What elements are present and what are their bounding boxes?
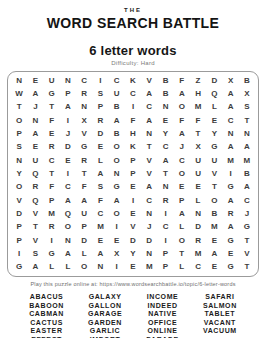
grid-cell[interactable]: N bbox=[11, 154, 27, 167]
grid-cell[interactable]: T bbox=[239, 114, 255, 127]
grid-cell[interactable]: E bbox=[125, 261, 141, 274]
grid-cell[interactable]: D bbox=[92, 127, 108, 140]
grid-cell[interactable]: A bbox=[174, 127, 190, 140]
grid-cell[interactable]: R bbox=[222, 207, 238, 220]
grid-cell[interactable]: A bbox=[141, 181, 157, 194]
grid-cell[interactable]: T bbox=[44, 101, 60, 114]
grid-cell[interactable]: E bbox=[174, 181, 190, 194]
grid-cell[interactable]: V bbox=[76, 127, 92, 140]
grid-cell[interactable]: G bbox=[44, 247, 60, 260]
grid-cell[interactable]: N bbox=[141, 127, 157, 140]
grid-cell[interactable]: F bbox=[190, 114, 206, 127]
grid-cell[interactable]: R bbox=[44, 141, 60, 154]
grid-cell[interactable]: A bbox=[206, 247, 222, 260]
grid-cell[interactable]: N bbox=[11, 74, 27, 87]
grid-cell[interactable]: V bbox=[141, 74, 157, 87]
grid-cell[interactable]: N bbox=[239, 127, 255, 140]
grid-cell[interactable]: K bbox=[125, 74, 141, 87]
grid-cell[interactable]: E bbox=[92, 141, 108, 154]
grid-cell[interactable]: O bbox=[174, 101, 190, 114]
word-search-grid: NEUNCICKVBFZDXBWAGPRSUCABAHQAXTJTANPBICN… bbox=[7, 71, 259, 277]
grid-cell[interactable]: B bbox=[109, 127, 125, 140]
grid-cell[interactable]: E bbox=[44, 127, 60, 140]
puzzle-title: 6 letter words bbox=[0, 43, 266, 58]
grid-cell[interactable]: I bbox=[222, 167, 238, 180]
grid-cell[interactable]: N bbox=[76, 101, 92, 114]
grid-cell[interactable]: N bbox=[60, 74, 76, 87]
grid-cell[interactable]: E bbox=[125, 181, 141, 194]
grid-cell[interactable]: N bbox=[157, 101, 173, 114]
grid-cell[interactable]: E bbox=[157, 114, 173, 127]
grid-cell[interactable]: R bbox=[76, 154, 92, 167]
grid-cell[interactable]: C bbox=[44, 154, 60, 167]
grid-cell[interactable]: J bbox=[174, 141, 190, 154]
brand-title: WORD SEARCH BATTLE bbox=[0, 15, 266, 31]
grid-cell[interactable]: C bbox=[92, 207, 108, 220]
grid-cell[interactable]: D bbox=[60, 141, 76, 154]
grid-cell[interactable]: L bbox=[76, 247, 92, 260]
grid-cell[interactable]: I bbox=[44, 234, 60, 247]
word-list-item: GARAGE bbox=[88, 310, 122, 319]
grid-cell[interactable]: A bbox=[141, 87, 157, 100]
grid-cell[interactable]: V bbox=[239, 247, 255, 260]
grid-cell[interactable]: G bbox=[222, 261, 238, 274]
grid-cell[interactable]: T bbox=[174, 247, 190, 260]
grid-cell[interactable]: O bbox=[174, 167, 190, 180]
grid-cell[interactable]: S bbox=[11, 141, 27, 154]
grid-cell[interactable]: O bbox=[76, 261, 92, 274]
grid-cell[interactable]: P bbox=[157, 261, 173, 274]
grid-cell[interactable]: F bbox=[174, 114, 190, 127]
grid-cell[interactable]: G bbox=[206, 141, 222, 154]
grid-cell[interactable]: M bbox=[44, 207, 60, 220]
word-list-item: GALLON bbox=[88, 302, 121, 311]
grid-cell[interactable]: A bbox=[157, 154, 173, 167]
word-list-item: VACUUM bbox=[203, 327, 237, 336]
grid-cell[interactable]: P bbox=[157, 247, 173, 260]
word-list-item: GARDEN bbox=[88, 319, 122, 328]
grid-cell[interactable]: V bbox=[27, 207, 43, 220]
grid-cell[interactable]: M bbox=[206, 221, 222, 234]
word-list-item: TABLET bbox=[205, 310, 236, 319]
grid-cell[interactable]: G bbox=[109, 181, 125, 194]
grid-cell[interactable]: A bbox=[109, 114, 125, 127]
grid-cell[interactable]: A bbox=[92, 247, 108, 260]
grid-cell[interactable]: A bbox=[141, 114, 157, 127]
grid-cell[interactable]: T bbox=[11, 101, 27, 114]
grid-cell[interactable]: S bbox=[92, 181, 108, 194]
grid-cell[interactable]: S bbox=[239, 101, 255, 114]
grid-cell[interactable]: T bbox=[190, 127, 206, 140]
grid-cell[interactable]: O bbox=[109, 154, 125, 167]
grid-cell[interactable]: J bbox=[60, 127, 76, 140]
grid-cell[interactable]: O bbox=[60, 221, 76, 234]
grid-cell[interactable]: R bbox=[157, 194, 173, 207]
word-list-column: INCOMEINDEEDNATIVEOFFICEONLINEPARADE bbox=[146, 293, 179, 338]
grid-cell[interactable]: A bbox=[76, 194, 92, 207]
grid-cell[interactable]: A bbox=[174, 87, 190, 100]
grid-cell[interactable]: P bbox=[92, 101, 108, 114]
grid-cell[interactable]: R bbox=[27, 181, 43, 194]
grid-cell[interactable]: U bbox=[206, 154, 222, 167]
grid-cell[interactable]: N bbox=[109, 167, 125, 180]
word-list-item: SAFARI bbox=[205, 293, 234, 302]
grid-cell[interactable]: I bbox=[60, 167, 76, 180]
grid-cell[interactable]: A bbox=[239, 181, 255, 194]
grid-cell[interactable]: Y bbox=[11, 167, 27, 180]
grid-cell[interactable]: U bbox=[190, 167, 206, 180]
grid-cell[interactable]: Q bbox=[206, 87, 222, 100]
grid-cell[interactable]: M bbox=[190, 247, 206, 260]
grid-cell[interactable]: I bbox=[109, 221, 125, 234]
grid-cell[interactable]: L bbox=[92, 154, 108, 167]
grid-cell[interactable]: L bbox=[190, 194, 206, 207]
grid-cell[interactable]: Q bbox=[27, 167, 43, 180]
grid-cell[interactable]: C bbox=[125, 87, 141, 100]
grid-cell[interactable]: T bbox=[141, 141, 157, 154]
grid-cell[interactable]: C bbox=[109, 74, 125, 87]
grid-cell[interactable]: U bbox=[109, 87, 125, 100]
grid-cell[interactable]: O bbox=[109, 207, 125, 220]
grid-cell[interactable]: X bbox=[222, 74, 238, 87]
grid-cell[interactable]: G bbox=[222, 234, 238, 247]
grid-cell[interactable]: D bbox=[125, 234, 141, 247]
grid-cell[interactable]: R bbox=[92, 114, 108, 127]
grid-cell[interactable]: A bbox=[60, 101, 76, 114]
grid-cell[interactable]: P bbox=[174, 194, 190, 207]
grid-cell[interactable]: C bbox=[141, 101, 157, 114]
grid-cell[interactable]: E bbox=[206, 114, 222, 127]
grid-cell[interactable]: V bbox=[27, 234, 43, 247]
grid-cell[interactable]: I bbox=[125, 101, 141, 114]
grid-cell[interactable]: O bbox=[174, 234, 190, 247]
grid-cell[interactable]: A bbox=[92, 167, 108, 180]
grid-cell[interactable]: I bbox=[125, 194, 141, 207]
grid-cell[interactable]: J bbox=[27, 101, 43, 114]
grid-cell[interactable]: F bbox=[44, 114, 60, 127]
grid-cell[interactable]: S bbox=[92, 87, 108, 100]
grid-cell[interactable]: K bbox=[125, 141, 141, 154]
grid-cell[interactable]: X bbox=[190, 141, 206, 154]
play-online-line: Play this puzzle online at: https://www.… bbox=[0, 281, 266, 287]
grid-cell[interactable]: B bbox=[239, 167, 255, 180]
word-list-item: NATIVE bbox=[148, 310, 177, 319]
grid-cell[interactable]: A bbox=[222, 87, 238, 100]
grid-cell[interactable]: A bbox=[222, 194, 238, 207]
grid-cell[interactable]: G bbox=[239, 221, 255, 234]
grid-cell[interactable]: D bbox=[76, 234, 92, 247]
grid-cell[interactable]: F bbox=[125, 114, 141, 127]
grid-cell[interactable]: B bbox=[109, 101, 125, 114]
grid-cell[interactable]: G bbox=[222, 181, 238, 194]
grid-cell[interactable]: C bbox=[190, 261, 206, 274]
grid-cell[interactable]: P bbox=[60, 87, 76, 100]
grid-cell[interactable]: T bbox=[44, 167, 60, 180]
grid-cell[interactable]: N bbox=[60, 234, 76, 247]
grid-cell[interactable]: E bbox=[206, 234, 222, 247]
grid-cell[interactable]: T bbox=[206, 181, 222, 194]
grid-cell[interactable]: P bbox=[125, 154, 141, 167]
word-list-item: VACANT bbox=[204, 319, 236, 328]
grid-cell[interactable]: J bbox=[141, 221, 157, 234]
header: THE WORD SEARCH BATTLE bbox=[0, 0, 266, 31]
grid-cell[interactable]: Q bbox=[27, 194, 43, 207]
grid-cell[interactable]: P bbox=[125, 167, 141, 180]
grid-cell[interactable]: E bbox=[125, 207, 141, 220]
word-list-item: INDEED bbox=[148, 302, 178, 311]
grid-cell[interactable]: A bbox=[222, 101, 238, 114]
grid-cell[interactable]: T bbox=[239, 234, 255, 247]
grid-cell[interactable]: Y bbox=[206, 127, 222, 140]
grid-cell[interactable]: A bbox=[222, 141, 238, 154]
grid-cell[interactable]: C bbox=[239, 194, 255, 207]
grid-cell[interactable]: D bbox=[190, 221, 206, 234]
grid-cell[interactable]: T bbox=[76, 167, 92, 180]
grid-cell[interactable]: E bbox=[92, 234, 108, 247]
grid-cell[interactable]: P bbox=[44, 194, 60, 207]
grid-cell[interactable]: X bbox=[109, 247, 125, 260]
grid-cell[interactable]: R bbox=[44, 221, 60, 234]
grid-cell[interactable]: I bbox=[157, 234, 173, 247]
word-list-item: BABOON bbox=[29, 302, 64, 311]
grid-cell[interactable]: L bbox=[174, 261, 190, 274]
grid-cell[interactable]: A bbox=[239, 141, 255, 154]
word-list-column: SAFARISALMONTABLETVACANTVACUUM bbox=[203, 293, 237, 338]
grid-cell[interactable]: P bbox=[76, 221, 92, 234]
grid-cell[interactable]: M bbox=[92, 221, 108, 234]
grid-cell[interactable]: E bbox=[109, 234, 125, 247]
grid-cell[interactable]: M bbox=[141, 261, 157, 274]
grid-cell[interactable]: E bbox=[27, 141, 43, 154]
grid-cell[interactable]: D bbox=[11, 207, 27, 220]
grid-cell[interactable]: C bbox=[157, 141, 173, 154]
grid-cell[interactable]: G bbox=[76, 141, 92, 154]
difficulty-label: Difficulty: Hard bbox=[0, 60, 266, 66]
grid-cell[interactable]: P bbox=[11, 221, 27, 234]
grid-cell[interactable]: I bbox=[157, 207, 173, 220]
grid-cell[interactable]: X bbox=[239, 87, 255, 100]
grid-cell[interactable]: A bbox=[109, 194, 125, 207]
grid-cell[interactable]: T bbox=[27, 221, 43, 234]
grid-cell[interactable]: V bbox=[206, 167, 222, 180]
grid-cell[interactable]: D bbox=[206, 74, 222, 87]
grid-cell[interactable]: A bbox=[27, 127, 43, 140]
grid-cell[interactable]: M bbox=[222, 154, 238, 167]
grid-cell[interactable]: X bbox=[76, 114, 92, 127]
word-list-item: CABMAN bbox=[29, 310, 64, 319]
grid-cell[interactable]: G bbox=[11, 261, 27, 274]
grid-cell[interactable]: E bbox=[190, 181, 206, 194]
grid-cell[interactable]: N bbox=[141, 247, 157, 260]
grid-cell[interactable]: E bbox=[222, 247, 238, 260]
grid-cell[interactable]: U bbox=[190, 154, 206, 167]
grid-cell[interactable]: B bbox=[157, 74, 173, 87]
grid-cell[interactable]: N bbox=[92, 261, 108, 274]
grid-cell[interactable]: R bbox=[76, 87, 92, 100]
word-list-item: INCOME bbox=[147, 293, 179, 302]
grid-cell[interactable]: C bbox=[76, 74, 92, 87]
word-list-column: GALAXYGALLONGARAGEGARDENGARLICIMPORT bbox=[88, 293, 122, 338]
grid-cell[interactable]: N bbox=[222, 127, 238, 140]
grid-cell[interactable]: N bbox=[27, 114, 43, 127]
grid-cell[interactable]: U bbox=[27, 154, 43, 167]
grid-cell[interactable]: E bbox=[206, 261, 222, 274]
grid-cell[interactable]: U bbox=[76, 207, 92, 220]
grid-cell[interactable]: T bbox=[239, 261, 255, 274]
grid-cell[interactable]: Z bbox=[190, 74, 206, 87]
grid-cell[interactable]: M bbox=[239, 154, 255, 167]
grid-cell[interactable]: L bbox=[174, 221, 190, 234]
grid-cell[interactable]: V bbox=[11, 194, 27, 207]
word-list-item: ONLINE bbox=[148, 327, 178, 336]
grid-cell[interactable]: C bbox=[141, 194, 157, 207]
grid-cell[interactable]: F bbox=[174, 74, 190, 87]
grid-cell[interactable]: B bbox=[239, 74, 255, 87]
grid-cell[interactable]: A bbox=[27, 87, 43, 100]
grid-cell[interactable]: Y bbox=[157, 127, 173, 140]
grid-cell[interactable]: N bbox=[157, 181, 173, 194]
grid-cell[interactable]: W bbox=[11, 87, 27, 100]
word-list-item: OFFICE bbox=[148, 319, 177, 328]
word-list-item: CACTUS bbox=[30, 319, 63, 328]
grid-cell[interactable]: H bbox=[190, 87, 206, 100]
grid-cell[interactable]: L bbox=[206, 101, 222, 114]
grid-cell[interactable]: S bbox=[27, 247, 43, 260]
grid-cell[interactable]: E bbox=[27, 74, 43, 87]
grid-cell[interactable]: N bbox=[190, 207, 206, 220]
grid-cell[interactable]: B bbox=[206, 207, 222, 220]
grid-cell[interactable]: O bbox=[109, 141, 125, 154]
grid-cell[interactable]: N bbox=[141, 207, 157, 220]
grid-cell[interactable]: F bbox=[92, 194, 108, 207]
grid-cell[interactable]: A bbox=[60, 247, 76, 260]
grid-cell[interactable]: O bbox=[206, 194, 222, 207]
grid-cell[interactable]: C bbox=[60, 181, 76, 194]
word-list-item: EASTER bbox=[31, 327, 63, 336]
word-list-item: GALAXY bbox=[89, 293, 122, 302]
grid-cell[interactable]: A bbox=[222, 221, 238, 234]
grid-cell[interactable]: M bbox=[190, 101, 206, 114]
grid-cell[interactable]: O bbox=[11, 181, 27, 194]
grid-cell[interactable]: A bbox=[60, 194, 76, 207]
grid-cell[interactable]: L bbox=[44, 261, 60, 274]
grid-cell[interactable]: R bbox=[190, 234, 206, 247]
page: THE WORD SEARCH BATTLE 6 letter words Di… bbox=[0, 0, 266, 338]
grid-cell[interactable]: V bbox=[141, 167, 157, 180]
grid-cell[interactable]: L bbox=[60, 261, 76, 274]
grid-cell[interactable]: B bbox=[157, 87, 173, 100]
grid-cell[interactable]: C bbox=[174, 154, 190, 167]
grid-cell[interactable]: A bbox=[174, 207, 190, 220]
grid-cell[interactable]: I bbox=[11, 247, 27, 260]
word-list-item: GARLIC bbox=[90, 327, 120, 336]
grid-cell[interactable]: F bbox=[76, 181, 92, 194]
grid-cell[interactable]: P bbox=[11, 234, 27, 247]
grid-cell[interactable]: V bbox=[125, 221, 141, 234]
grid-cell[interactable]: I bbox=[109, 261, 125, 274]
grid-cell[interactable]: P bbox=[11, 127, 27, 140]
word-list-column: ABACUSBABOONCABMANCACTUSEASTEREFFECT bbox=[29, 293, 64, 338]
grid-cell[interactable]: J bbox=[239, 207, 255, 220]
grid-cell[interactable]: O bbox=[11, 114, 27, 127]
word-list-item: SALMON bbox=[203, 302, 237, 311]
grid-cell[interactable]: U bbox=[44, 74, 60, 87]
grid-cell[interactable]: C bbox=[222, 114, 238, 127]
grid-cell[interactable]: I bbox=[92, 74, 108, 87]
word-list-item: ABACUS bbox=[30, 293, 64, 302]
header-kicker: THE bbox=[0, 7, 266, 13]
grid-cell[interactable]: V bbox=[141, 154, 157, 167]
grid-cell[interactable]: D bbox=[141, 234, 157, 247]
grid-cell[interactable]: C bbox=[157, 221, 173, 234]
grid-cell[interactable]: F bbox=[44, 181, 60, 194]
grid-cell[interactable]: T bbox=[157, 167, 173, 180]
grid-cell[interactable]: G bbox=[44, 87, 60, 100]
grid-cell[interactable]: Q bbox=[60, 207, 76, 220]
word-list: ABACUSBABOONCABMANCACTUSEASTEREFFECTGALA… bbox=[0, 293, 266, 338]
grid-cell[interactable]: E bbox=[60, 154, 76, 167]
grid-cell[interactable]: Y bbox=[125, 247, 141, 260]
grid-cell[interactable]: H bbox=[125, 127, 141, 140]
grid-cell[interactable]: A bbox=[27, 261, 43, 274]
grid-cell[interactable]: I bbox=[60, 114, 76, 127]
